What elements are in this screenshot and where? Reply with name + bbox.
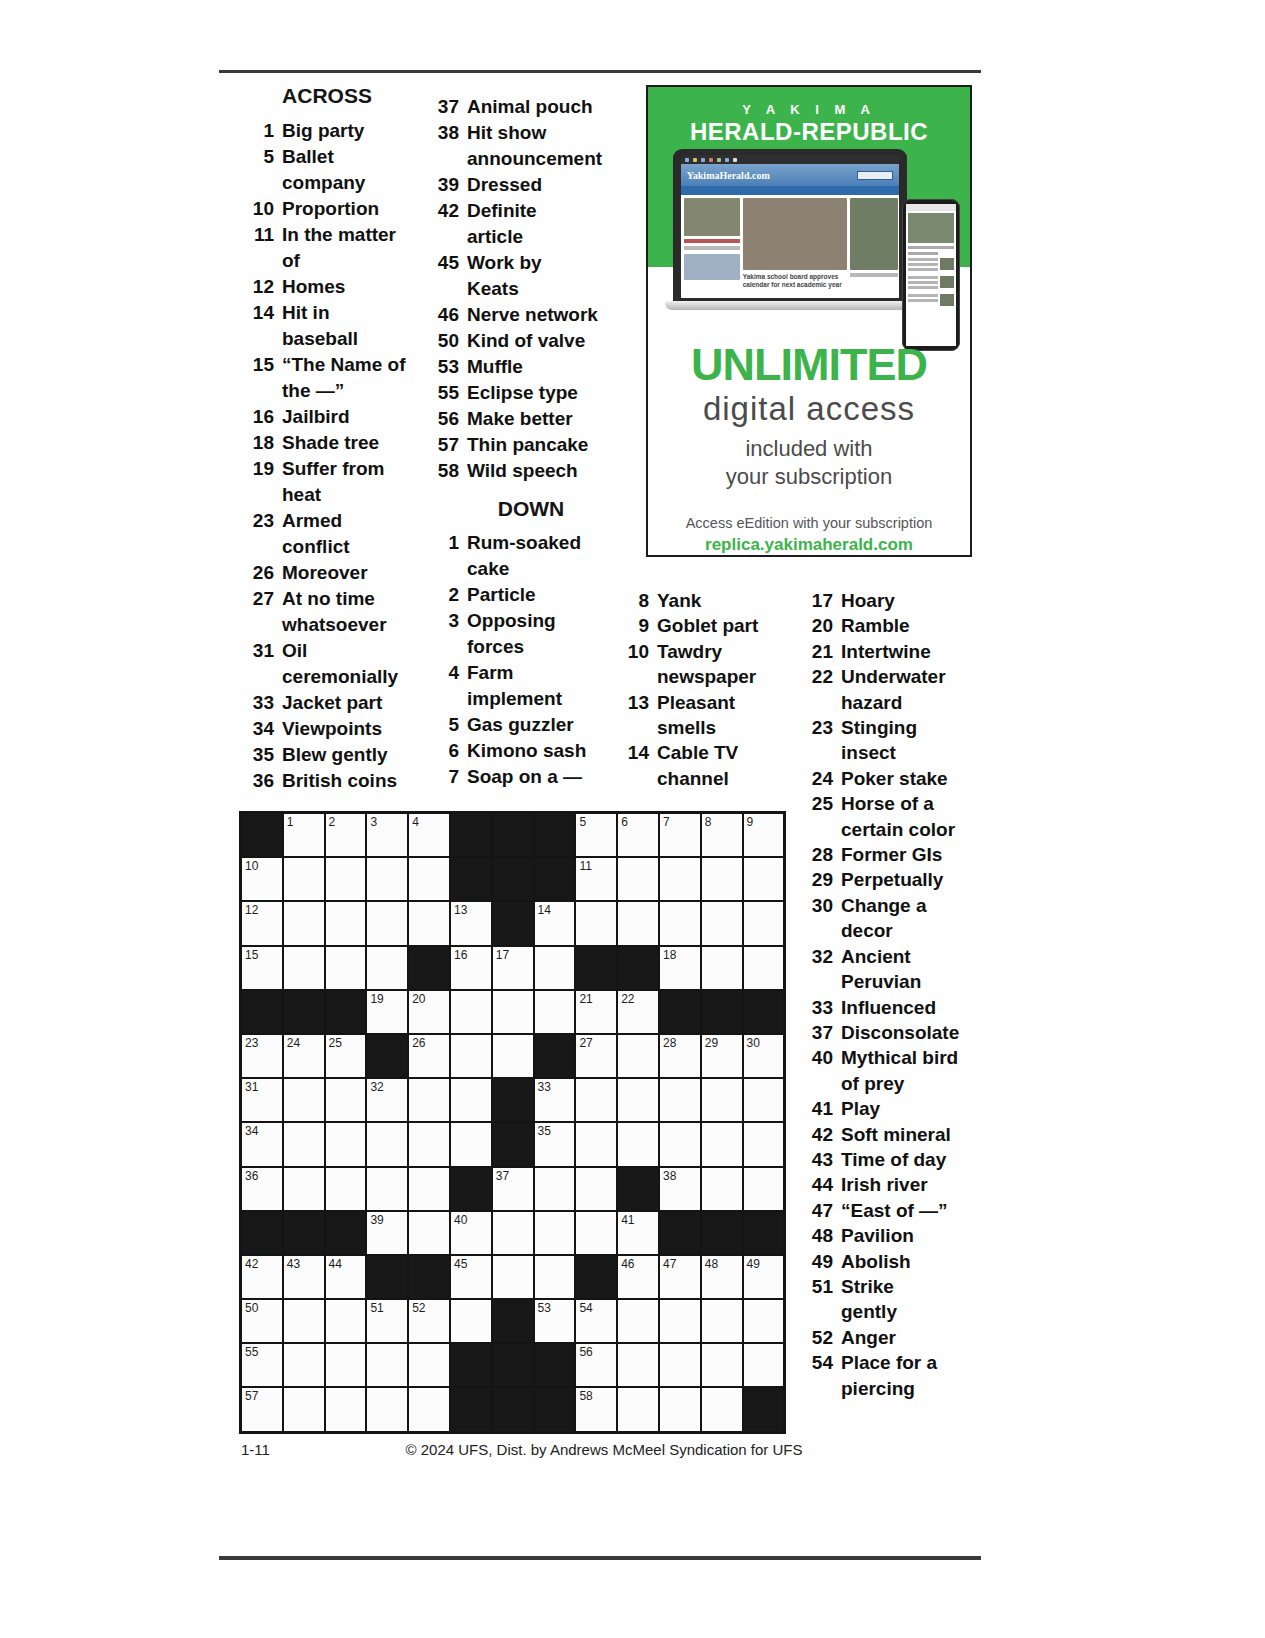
cell-number: 11 bbox=[579, 859, 591, 873]
laptop-mockup: YakimaHerald.com Yakima school board app… bbox=[665, 149, 915, 310]
grid-cell[interactable] bbox=[618, 858, 658, 900]
grid-cell[interactable] bbox=[284, 858, 324, 900]
grid-cell-black bbox=[535, 1388, 575, 1430]
grid-cell[interactable] bbox=[326, 947, 366, 989]
grid-cell[interactable] bbox=[702, 1168, 742, 1210]
cell-number: 8 bbox=[705, 815, 712, 829]
grid-cell[interactable]: 19 bbox=[367, 991, 407, 1033]
clue-text: Horse of a certain color bbox=[841, 791, 993, 842]
cell-number: 4 bbox=[412, 815, 419, 829]
grid-cell[interactable]: 14 bbox=[535, 902, 575, 944]
clue-number: 56 bbox=[426, 406, 467, 432]
grid-cell[interactable] bbox=[367, 947, 407, 989]
clue-number: 7 bbox=[426, 764, 467, 790]
grid-cell[interactable] bbox=[367, 1388, 407, 1430]
clue-item: 35Blew gently bbox=[244, 742, 419, 768]
clue-number: 51 bbox=[799, 1274, 841, 1299]
clue-text: Soap on a — bbox=[467, 764, 610, 790]
clue-text: Hit in baseball bbox=[282, 300, 417, 352]
grid-cell[interactable]: 37 bbox=[493, 1168, 533, 1210]
clue-item: 4Farm implement bbox=[426, 660, 610, 712]
grid-cell[interactable] bbox=[409, 858, 449, 900]
grid-cell[interactable]: 55 bbox=[242, 1344, 282, 1386]
grid-cell-black bbox=[409, 947, 449, 989]
grid-cell[interactable] bbox=[367, 1344, 407, 1386]
clue-number: 4 bbox=[426, 660, 467, 686]
grid-cell[interactable]: 18 bbox=[660, 947, 700, 989]
cell-number: 36 bbox=[245, 1169, 258, 1183]
grid-cell[interactable] bbox=[284, 1344, 324, 1386]
grid-cell[interactable] bbox=[326, 902, 366, 944]
grid-cell[interactable] bbox=[284, 1123, 324, 1165]
clue-number: 22 bbox=[799, 664, 841, 689]
clue-item: 37Animal pouch bbox=[426, 94, 610, 120]
clue-item: 6Kimono sash bbox=[426, 738, 610, 764]
clue-item: 23Stinging insect bbox=[799, 715, 995, 766]
laptop-screen: YakimaHerald.com Yakima school board app… bbox=[681, 155, 899, 298]
grid-cell[interactable]: 53 bbox=[535, 1300, 575, 1342]
grid-cell-black bbox=[493, 1123, 533, 1165]
grid-cell[interactable]: 32 bbox=[367, 1079, 407, 1121]
clue-text: Perpetually bbox=[841, 867, 993, 892]
clue-text: Farm implement bbox=[467, 660, 610, 712]
grid-cell[interactable]: 15 bbox=[242, 947, 282, 989]
news-photo bbox=[850, 198, 898, 270]
grid-cell[interactable]: 24 bbox=[284, 1035, 324, 1077]
clue-item: 37Disconsolate bbox=[799, 1020, 995, 1045]
cell-number: 5 bbox=[579, 815, 586, 829]
grid-cell-black bbox=[744, 991, 784, 1033]
grid-cell[interactable]: 1 bbox=[284, 814, 324, 856]
grid-cell[interactable]: 27 bbox=[576, 1035, 616, 1077]
clue-item: 54Place for a piercing bbox=[799, 1350, 995, 1401]
grid-cell[interactable] bbox=[618, 1079, 658, 1121]
phone-thumb bbox=[940, 258, 954, 270]
clue-number: 16 bbox=[244, 404, 282, 430]
clue-text: Jacket part bbox=[282, 690, 417, 716]
grid-cell[interactable] bbox=[660, 1344, 700, 1386]
grid-cell[interactable]: 43 bbox=[284, 1256, 324, 1298]
clue-item: 14Hit in baseball bbox=[244, 300, 419, 352]
clue-item: 57Thin pancake bbox=[426, 432, 610, 458]
grid-cell[interactable]: 20 bbox=[409, 991, 449, 1033]
grid-cell-black bbox=[451, 1168, 491, 1210]
cell-number: 56 bbox=[579, 1345, 592, 1359]
clue-item: 18Shade tree bbox=[244, 430, 419, 456]
grid-cell[interactable]: 21 bbox=[576, 991, 616, 1033]
browser-bar bbox=[681, 155, 899, 164]
grid-cell[interactable] bbox=[409, 1212, 449, 1254]
grid-cell[interactable] bbox=[367, 902, 407, 944]
clue-text: Eclipse type bbox=[467, 380, 610, 406]
down-clues-column-3: 8Yank9Goblet part10Tawdry newspaper13Ple… bbox=[616, 588, 792, 791]
grid-cell[interactable] bbox=[618, 1300, 658, 1342]
clue-number: 43 bbox=[799, 1147, 841, 1172]
cell-number: 53 bbox=[538, 1301, 551, 1315]
clue-item: 17Hoary bbox=[799, 588, 995, 613]
clue-text: Goblet part bbox=[657, 613, 785, 638]
grid-cell[interactable]: 28 bbox=[660, 1035, 700, 1077]
clue-item: 34Viewpoints bbox=[244, 716, 419, 742]
clue-item: 28Former GIs bbox=[799, 842, 995, 867]
clue-item: 55Eclipse type bbox=[426, 380, 610, 406]
grid-cell[interactable] bbox=[409, 902, 449, 944]
cell-number: 21 bbox=[579, 992, 592, 1006]
grid-cell[interactable] bbox=[660, 1079, 700, 1121]
grid-cell[interactable] bbox=[326, 1168, 366, 1210]
clue-text: Shade tree bbox=[282, 430, 417, 456]
grid-cell[interactable] bbox=[367, 1123, 407, 1165]
cell-number: 40 bbox=[454, 1213, 467, 1227]
clue-item: 8Yank bbox=[616, 588, 792, 613]
clue-text: Former GIs bbox=[841, 842, 993, 867]
cell-number: 51 bbox=[370, 1301, 383, 1315]
grid-cell[interactable] bbox=[744, 1300, 784, 1342]
grid-cell[interactable]: 29 bbox=[702, 1035, 742, 1077]
clue-item: 58Wild speech bbox=[426, 458, 610, 484]
grid-cell[interactable]: 41 bbox=[618, 1212, 658, 1254]
clue-text: “The Name of the —” bbox=[282, 352, 417, 404]
grid-cell[interactable]: 47 bbox=[660, 1256, 700, 1298]
clue-text: Work by Keats bbox=[467, 250, 610, 302]
grid-cell[interactable]: 44 bbox=[326, 1256, 366, 1298]
grid-cell[interactable] bbox=[576, 1168, 616, 1210]
grid-cell[interactable] bbox=[660, 1300, 700, 1342]
clue-text: Irish river bbox=[841, 1172, 993, 1197]
grid-cell[interactable] bbox=[618, 1035, 658, 1077]
grid-cell-black bbox=[242, 1212, 282, 1254]
grid-cell-black bbox=[493, 1079, 533, 1121]
grid-cell[interactable] bbox=[702, 902, 742, 944]
grid-cell[interactable] bbox=[326, 858, 366, 900]
cell-number: 52 bbox=[412, 1301, 425, 1315]
grid-cell[interactable] bbox=[409, 1388, 449, 1430]
cell-number: 2 bbox=[329, 815, 336, 829]
cell-number: 34 bbox=[245, 1124, 258, 1138]
clue-number: 10 bbox=[244, 196, 282, 222]
grid-cell[interactable]: 42 bbox=[242, 1256, 282, 1298]
grid-cell[interactable]: 25 bbox=[326, 1035, 366, 1077]
grid-cell[interactable]: 35 bbox=[535, 1123, 575, 1165]
grid-cell[interactable] bbox=[702, 1300, 742, 1342]
clue-number: 5 bbox=[244, 144, 282, 170]
grid-cell[interactable] bbox=[326, 1388, 366, 1430]
grid-cell[interactable]: 7 bbox=[660, 814, 700, 856]
cell-number: 1 bbox=[287, 815, 294, 829]
grid-cell-black bbox=[660, 1212, 700, 1254]
grid-cell[interactable] bbox=[535, 1168, 575, 1210]
top-divider bbox=[219, 70, 981, 73]
clue-text: Animal pouch bbox=[467, 94, 610, 120]
grid-cell-black bbox=[618, 1168, 658, 1210]
grid-cell[interactable] bbox=[535, 1212, 575, 1254]
grid-cell[interactable] bbox=[284, 1079, 324, 1121]
clue-text: Oil ceremonially bbox=[282, 638, 417, 690]
grid-cell[interactable] bbox=[576, 902, 616, 944]
clue-number: 23 bbox=[244, 508, 282, 534]
grid-cell[interactable]: 33 bbox=[535, 1079, 575, 1121]
clue-text: In the matter of bbox=[282, 222, 417, 274]
grid-cell[interactable] bbox=[702, 1388, 742, 1430]
grid-cell[interactable] bbox=[451, 1079, 491, 1121]
clue-item: 19Suffer from heat bbox=[244, 456, 419, 508]
clue-text: Big party bbox=[282, 118, 417, 144]
grid-cell[interactable] bbox=[493, 991, 533, 1033]
clue-text: Abolish bbox=[841, 1249, 993, 1274]
grid-cell-black bbox=[451, 814, 491, 856]
grid-cell[interactable]: 45 bbox=[451, 1256, 491, 1298]
grid-cell[interactable]: 46 bbox=[618, 1256, 658, 1298]
news-photo bbox=[684, 254, 740, 280]
grid-cell[interactable] bbox=[744, 947, 784, 989]
clue-number: 58 bbox=[426, 458, 467, 484]
grid-cell[interactable] bbox=[744, 1123, 784, 1165]
grid-cell[interactable]: 2 bbox=[326, 814, 366, 856]
cell-number: 38 bbox=[663, 1169, 676, 1183]
grid-cell[interactable] bbox=[493, 1035, 533, 1077]
clue-number: 34 bbox=[244, 716, 282, 742]
grid-cell[interactable]: 48 bbox=[702, 1256, 742, 1298]
news-site-masthead: YakimaHerald.com bbox=[681, 164, 899, 186]
puzzle-date-code: 1-11 bbox=[241, 1441, 270, 1458]
grid-cell[interactable] bbox=[702, 947, 742, 989]
clue-number: 18 bbox=[244, 430, 282, 456]
grid-cell-black bbox=[493, 902, 533, 944]
grid-cell-black bbox=[242, 991, 282, 1033]
clue-number: 55 bbox=[426, 380, 467, 406]
grid-cell[interactable] bbox=[367, 1168, 407, 1210]
grid-cell[interactable]: 31 bbox=[242, 1079, 282, 1121]
cell-number: 24 bbox=[287, 1036, 300, 1050]
cell-number: 23 bbox=[245, 1036, 258, 1050]
grid-cell[interactable]: 36 bbox=[242, 1168, 282, 1210]
grid-cell[interactable]: 52 bbox=[409, 1300, 449, 1342]
grid-cell[interactable] bbox=[576, 1212, 616, 1254]
clue-item: 33Influenced bbox=[799, 995, 995, 1020]
subscription-ad: Y A K I M A HERALD-REPUBLIC YakimaHerald… bbox=[646, 85, 972, 557]
search-box bbox=[857, 171, 893, 180]
down-clues-column-2: 1Rum-soaked cake2Particle3Opposing force… bbox=[426, 530, 610, 790]
grid-cell-black bbox=[744, 1212, 784, 1254]
clue-number: 9 bbox=[616, 613, 657, 638]
grid-cell[interactable] bbox=[284, 902, 324, 944]
clue-number: 53 bbox=[426, 354, 467, 380]
clue-number: 41 bbox=[799, 1096, 841, 1121]
grid-cell[interactable] bbox=[451, 1123, 491, 1165]
cell-number: 17 bbox=[496, 948, 509, 962]
grid-cell[interactable] bbox=[702, 858, 742, 900]
cell-number: 42 bbox=[245, 1257, 258, 1271]
across-clues-column-1: 1Big party5Ballet company10Proportion11I… bbox=[244, 118, 419, 794]
clue-text: Nerve network bbox=[467, 302, 610, 328]
grid-cell[interactable]: 51 bbox=[367, 1300, 407, 1342]
grid-cell[interactable] bbox=[367, 858, 407, 900]
grid-cell[interactable]: 3 bbox=[367, 814, 407, 856]
grid-cell[interactable] bbox=[702, 1079, 742, 1121]
grid-cell[interactable] bbox=[660, 858, 700, 900]
grid-cell[interactable]: 4 bbox=[409, 814, 449, 856]
grid-cell-black bbox=[367, 1035, 407, 1077]
grid-cell[interactable] bbox=[744, 858, 784, 900]
cell-number: 30 bbox=[747, 1036, 760, 1050]
clue-text: Influenced bbox=[841, 995, 993, 1020]
clue-text: Poker stake bbox=[841, 766, 993, 791]
grid-cell[interactable]: 39 bbox=[367, 1212, 407, 1254]
grid-cell-black bbox=[576, 1256, 616, 1298]
clue-number: 27 bbox=[244, 586, 282, 612]
grid-cell[interactable] bbox=[660, 1388, 700, 1430]
clue-item: 38Hit show announcement bbox=[426, 120, 610, 172]
grid-cell[interactable] bbox=[618, 902, 658, 944]
grid-cell[interactable]: 9 bbox=[744, 814, 784, 856]
grid-cell[interactable]: 23 bbox=[242, 1035, 282, 1077]
grid-cell[interactable] bbox=[660, 902, 700, 944]
grid-cell[interactable] bbox=[744, 1079, 784, 1121]
clue-item: 23Armed conflict bbox=[244, 508, 419, 560]
grid-cell[interactable] bbox=[744, 902, 784, 944]
cell-number: 15 bbox=[245, 948, 258, 962]
clue-item: 44Irish river bbox=[799, 1172, 995, 1197]
grid-cell[interactable] bbox=[409, 1079, 449, 1121]
grid-cell[interactable] bbox=[535, 947, 575, 989]
grid-cell[interactable] bbox=[618, 1344, 658, 1386]
grid-cell[interactable] bbox=[576, 1079, 616, 1121]
grid-cell[interactable]: 12 bbox=[242, 902, 282, 944]
grid-cell[interactable] bbox=[451, 1300, 491, 1342]
clue-number: 37 bbox=[799, 1020, 841, 1045]
grid-cell[interactable]: 22 bbox=[618, 991, 658, 1033]
grid-cell[interactable]: 17 bbox=[493, 947, 533, 989]
grid-cell[interactable]: 56 bbox=[576, 1344, 616, 1386]
clue-number: 39 bbox=[426, 172, 467, 198]
grid-cell[interactable]: 50 bbox=[242, 1300, 282, 1342]
clue-item: 42Soft mineral bbox=[799, 1122, 995, 1147]
clue-item: 33Jacket part bbox=[244, 690, 419, 716]
grid-cell[interactable]: 8 bbox=[702, 814, 742, 856]
clue-text: Pleasant smells bbox=[657, 690, 785, 741]
grid-cell[interactable] bbox=[576, 1123, 616, 1165]
clue-text: Change a decor bbox=[841, 893, 993, 944]
clue-text: Place for a piercing bbox=[841, 1350, 993, 1401]
grid-cell[interactable]: 38 bbox=[660, 1168, 700, 1210]
clue-item: 26Moreover bbox=[244, 560, 419, 586]
grid-cell-black bbox=[535, 814, 575, 856]
grid-cell-black bbox=[326, 1212, 366, 1254]
cell-number: 10 bbox=[245, 859, 258, 873]
grid-cell[interactable] bbox=[660, 1123, 700, 1165]
grid-cell-black bbox=[535, 858, 575, 900]
cell-number: 55 bbox=[245, 1345, 258, 1359]
clue-number: 29 bbox=[799, 867, 841, 892]
grid-cell[interactable]: 30 bbox=[744, 1035, 784, 1077]
clue-item: 30Change a decor bbox=[799, 893, 995, 944]
cell-number: 25 bbox=[329, 1036, 342, 1050]
grid-cell[interactable]: 58 bbox=[576, 1388, 616, 1430]
clue-text: Make better bbox=[467, 406, 610, 432]
cell-number: 32 bbox=[370, 1080, 383, 1094]
clue-item: 45Work by Keats bbox=[426, 250, 610, 302]
grid-cell[interactable] bbox=[326, 1079, 366, 1121]
grid-cell[interactable]: 54 bbox=[576, 1300, 616, 1342]
grid-cell[interactable] bbox=[618, 1123, 658, 1165]
clue-item: 12Homes bbox=[244, 274, 419, 300]
grid-cell[interactable]: 26 bbox=[409, 1035, 449, 1077]
grid-cell[interactable] bbox=[451, 991, 491, 1033]
grid-cell[interactable]: 5 bbox=[576, 814, 616, 856]
cell-number: 39 bbox=[370, 1213, 383, 1227]
clue-text: Particle bbox=[467, 582, 610, 608]
grid-cell-black bbox=[535, 1035, 575, 1077]
grid-cell[interactable]: 6 bbox=[618, 814, 658, 856]
ad-kicker: Y A K I M A bbox=[648, 102, 970, 117]
cell-number: 26 bbox=[412, 1036, 425, 1050]
cell-number: 41 bbox=[621, 1213, 634, 1227]
grid-cell[interactable] bbox=[618, 1388, 658, 1430]
grid-cell[interactable] bbox=[702, 1344, 742, 1386]
grid-cell[interactable] bbox=[493, 1256, 533, 1298]
grid-cell[interactable]: 57 bbox=[242, 1388, 282, 1430]
cell-number: 28 bbox=[663, 1036, 676, 1050]
grid-cell[interactable] bbox=[409, 1123, 449, 1165]
clue-text: Intertwine bbox=[841, 639, 993, 664]
grid-cell[interactable] bbox=[284, 947, 324, 989]
clue-text: Suffer from heat bbox=[282, 456, 417, 508]
grid-cell[interactable] bbox=[744, 1344, 784, 1386]
grid-cell[interactable]: 10 bbox=[242, 858, 282, 900]
ad-included-lines: included with your subscription bbox=[648, 435, 970, 491]
news-site-content: Yakima school board approves calendar fo… bbox=[681, 195, 899, 292]
grid-cell[interactable] bbox=[535, 1256, 575, 1298]
clue-text: Cable TV channel bbox=[657, 740, 785, 791]
grid-cell[interactable]: 34 bbox=[242, 1123, 282, 1165]
grid-cell[interactable]: 11 bbox=[576, 858, 616, 900]
clue-text: Gas guzzler bbox=[467, 712, 610, 738]
grid-cell[interactable]: 49 bbox=[744, 1256, 784, 1298]
grid-cell[interactable]: 40 bbox=[451, 1212, 491, 1254]
clue-number: 33 bbox=[799, 995, 841, 1020]
cell-number: 35 bbox=[538, 1124, 551, 1138]
clue-text: Anger bbox=[841, 1325, 993, 1350]
clue-number: 1 bbox=[426, 530, 467, 556]
clue-text: Kind of valve bbox=[467, 328, 610, 354]
grid-cell[interactable] bbox=[326, 1123, 366, 1165]
grid-cell[interactable] bbox=[284, 1168, 324, 1210]
clue-number: 47 bbox=[799, 1198, 841, 1223]
grid-cell[interactable] bbox=[326, 1344, 366, 1386]
grid-cell[interactable] bbox=[409, 1168, 449, 1210]
grid-cell[interactable] bbox=[284, 1300, 324, 1342]
grid-cell[interactable] bbox=[535, 991, 575, 1033]
grid-cell[interactable] bbox=[702, 1123, 742, 1165]
clue-text: Homes bbox=[282, 274, 417, 300]
grid-cell[interactable] bbox=[326, 1300, 366, 1342]
clue-text: Hoary bbox=[841, 588, 993, 613]
grid-cell[interactable] bbox=[493, 1212, 533, 1254]
clue-number: 35 bbox=[244, 742, 282, 768]
clue-item: 53Muffle bbox=[426, 354, 610, 380]
grid-cell[interactable] bbox=[744, 1168, 784, 1210]
clue-item: 13Pleasant smells bbox=[616, 690, 792, 741]
grid-cell[interactable] bbox=[409, 1344, 449, 1386]
grid-cell[interactable] bbox=[284, 1388, 324, 1430]
grid-cell[interactable] bbox=[451, 1035, 491, 1077]
clue-text: Rum-soaked cake bbox=[467, 530, 610, 582]
grid-cell[interactable]: 13 bbox=[451, 902, 491, 944]
clue-text: Yank bbox=[657, 588, 785, 613]
grid-cell[interactable]: 16 bbox=[451, 947, 491, 989]
clue-item: 42Definite article bbox=[426, 198, 610, 250]
clue-text: British coins bbox=[282, 768, 417, 794]
